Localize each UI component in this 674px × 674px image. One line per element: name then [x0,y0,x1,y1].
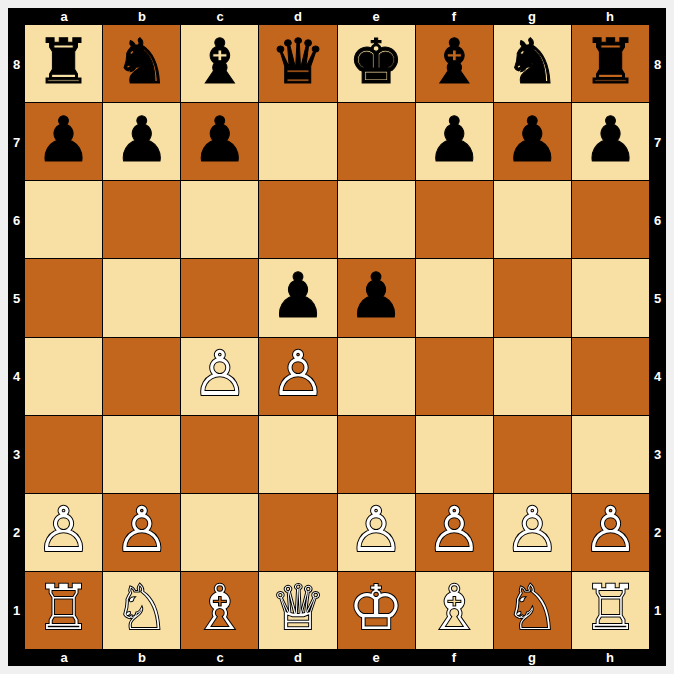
piece-white-queen[interactable]: ♕ [270,577,326,639]
rank-label-7: 7 [8,103,25,181]
piece-black-pawn[interactable]: ♟ [583,109,639,171]
square-b1[interactable]: ♘ [103,572,180,649]
rank-label-4: 4 [8,337,25,415]
square-c1[interactable]: ♗ [181,572,258,649]
square-h6[interactable] [572,181,649,258]
square-f6[interactable] [416,181,493,258]
piece-white-pawn[interactable]: ♙ [114,499,170,561]
square-f7[interactable]: ♟ [416,103,493,180]
piece-white-pawn[interactable]: ♙ [192,343,248,405]
piece-black-rook[interactable]: ♜ [583,31,639,93]
rank-label-8: 8 [8,25,25,103]
chess-board: ♜♞♝♛♚♝♞♜♟♟♟♟♟♟♟♟♙♙♙♙♙♙♙♙♖♘♗♕♔♗♘♖ [25,25,649,649]
square-d6[interactable] [259,181,336,258]
square-g2[interactable]: ♙ [494,494,571,571]
file-label-h: h [571,649,649,666]
square-c5[interactable] [181,259,258,336]
piece-white-pawn[interactable]: ♙ [36,499,92,561]
square-b3[interactable] [103,416,180,493]
rank-label-7: 7 [649,103,666,181]
square-e4[interactable] [338,338,415,415]
square-c4[interactable]: ♙ [181,338,258,415]
square-h1[interactable]: ♖ [572,572,649,649]
file-label-c: c [181,8,259,25]
square-g6[interactable] [494,181,571,258]
file-label-d: d [259,649,337,666]
rank-label-5: 5 [8,259,25,337]
square-g1[interactable]: ♘ [494,572,571,649]
file-label-f: f [415,8,493,25]
square-d7[interactable] [259,103,336,180]
square-a4[interactable] [25,338,102,415]
board-middle-row: 87654321 ♜♞♝♛♚♝♞♜♟♟♟♟♟♟♟♟♙♙♙♙♙♙♙♙♖♘♗♕♔♗♘… [8,25,666,649]
square-f1[interactable]: ♗ [416,572,493,649]
square-e8[interactable]: ♚ [338,25,415,102]
square-a3[interactable] [25,416,102,493]
square-d8[interactable]: ♛ [259,25,336,102]
square-e5[interactable]: ♟ [338,259,415,336]
piece-black-bishop[interactable]: ♝ [192,31,248,93]
piece-white-rook[interactable]: ♖ [36,577,92,639]
square-b6[interactable] [103,181,180,258]
file-label-a: a [25,8,103,25]
piece-black-queen[interactable]: ♛ [270,31,326,93]
file-label-g: g [493,8,571,25]
square-g8[interactable]: ♞ [494,25,571,102]
square-b8[interactable]: ♞ [103,25,180,102]
square-d3[interactable] [259,416,336,493]
piece-black-pawn[interactable]: ♟ [426,109,482,171]
rank-label-2: 2 [649,493,666,571]
piece-black-pawn[interactable]: ♟ [270,265,326,327]
rank-label-1: 1 [8,571,25,649]
square-f3[interactable] [416,416,493,493]
piece-black-king[interactable]: ♚ [348,31,404,93]
square-f4[interactable] [416,338,493,415]
square-e7[interactable] [338,103,415,180]
piece-black-knight[interactable]: ♞ [114,31,170,93]
piece-white-pawn[interactable]: ♙ [505,499,561,561]
piece-black-pawn[interactable]: ♟ [505,109,561,171]
piece-black-bishop[interactable]: ♝ [426,31,482,93]
square-h5[interactable] [572,259,649,336]
square-g4[interactable] [494,338,571,415]
file-labels-top: abcdefgh [25,8,649,25]
square-b2[interactable]: ♙ [103,494,180,571]
square-d1[interactable]: ♕ [259,572,336,649]
rank-labels-right: 87654321 [649,25,666,649]
square-c2[interactable] [181,494,258,571]
square-e2[interactable]: ♙ [338,494,415,571]
rank-label-6: 6 [649,181,666,259]
square-h3[interactable] [572,416,649,493]
piece-white-rook[interactable]: ♖ [583,577,639,639]
square-d5[interactable]: ♟ [259,259,336,336]
file-label-g: g [493,649,571,666]
piece-white-king[interactable]: ♔ [348,577,404,639]
square-d2[interactable] [259,494,336,571]
rank-label-8: 8 [649,25,666,103]
square-h2[interactable]: ♙ [572,494,649,571]
file-label-b: b [103,8,181,25]
file-label-c: c [181,649,259,666]
square-h4[interactable] [572,338,649,415]
square-g5[interactable] [494,259,571,336]
piece-white-pawn[interactable]: ♙ [426,499,482,561]
rank-label-2: 2 [8,493,25,571]
piece-white-knight[interactable]: ♘ [505,577,561,639]
square-a1[interactable]: ♖ [25,572,102,649]
piece-white-pawn[interactable]: ♙ [270,343,326,405]
square-f5[interactable] [416,259,493,336]
rank-label-5: 5 [649,259,666,337]
square-h8[interactable]: ♜ [572,25,649,102]
square-e3[interactable] [338,416,415,493]
square-f8[interactable]: ♝ [416,25,493,102]
square-a7[interactable]: ♟ [25,103,102,180]
rank-label-3: 3 [8,415,25,493]
file-labels-bottom: abcdefgh [25,649,649,666]
rank-label-4: 4 [649,337,666,415]
square-a6[interactable] [25,181,102,258]
piece-white-bishop[interactable]: ♗ [192,577,248,639]
piece-white-pawn[interactable]: ♙ [583,499,639,561]
file-label-h: h [571,8,649,25]
file-label-a: a [25,649,103,666]
square-c8[interactable]: ♝ [181,25,258,102]
file-label-f: f [415,649,493,666]
piece-white-bishop[interactable]: ♗ [426,577,482,639]
square-g7[interactable]: ♟ [494,103,571,180]
square-c6[interactable] [181,181,258,258]
piece-black-pawn[interactable]: ♟ [192,109,248,171]
rank-labels-left: 87654321 [8,25,25,649]
square-a2[interactable]: ♙ [25,494,102,571]
square-c7[interactable]: ♟ [181,103,258,180]
square-h7[interactable]: ♟ [572,103,649,180]
square-e1[interactable]: ♔ [338,572,415,649]
piece-black-knight[interactable]: ♞ [505,31,561,93]
chess-board-frame: abcdefgh 87654321 ♜♞♝♛♚♝♞♜♟♟♟♟♟♟♟♟♙♙♙♙♙♙… [8,8,666,666]
square-d4[interactable]: ♙ [259,338,336,415]
square-a5[interactable] [25,259,102,336]
file-label-d: d [259,8,337,25]
file-label-e: e [337,8,415,25]
square-b5[interactable] [103,259,180,336]
square-b4[interactable] [103,338,180,415]
piece-white-pawn[interactable]: ♙ [348,499,404,561]
piece-black-pawn[interactable]: ♟ [36,109,92,171]
piece-black-rook[interactable]: ♜ [36,31,92,93]
piece-black-pawn[interactable]: ♟ [348,265,404,327]
file-label-b: b [103,649,181,666]
square-c3[interactable] [181,416,258,493]
square-b7[interactable]: ♟ [103,103,180,180]
file-label-e: e [337,649,415,666]
square-g3[interactable] [494,416,571,493]
square-a8[interactable]: ♜ [25,25,102,102]
square-e6[interactable] [338,181,415,258]
rank-label-6: 6 [8,181,25,259]
piece-black-pawn[interactable]: ♟ [114,109,170,171]
rank-label-1: 1 [649,571,666,649]
rank-label-3: 3 [649,415,666,493]
square-f2[interactable]: ♙ [416,494,493,571]
piece-white-knight[interactable]: ♘ [114,577,170,639]
